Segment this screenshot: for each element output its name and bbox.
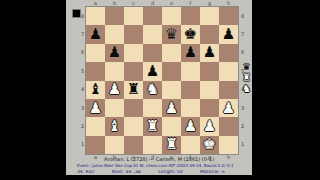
square-h5[interactable] [219,62,238,80]
square-g3[interactable] [200,99,219,117]
square-c5[interactable] [124,62,143,80]
square-b6[interactable]: ♟ [105,44,124,62]
letterbox-bottom [0,175,320,180]
square-e8[interactable] [162,7,181,25]
square-h8[interactable] [219,7,238,25]
last-move-text: 34. Rd2 [77,170,94,175]
square-c1[interactable] [124,136,143,154]
square-g6[interactable]: ♟ [200,44,219,62]
material-text: Material: = [200,170,225,175]
square-a1[interactable] [86,136,105,154]
coord-label: 4 [79,81,86,99]
black-king: ♚ [184,27,197,42]
square-b7[interactable] [105,25,124,43]
black-pawn: ♟ [146,64,159,79]
square-f2[interactable]: ♟ [181,117,200,135]
material-white-rook-icon: ♜ [242,72,251,83]
coord-label: 6 [79,44,86,62]
coord-label: 2 [79,117,86,135]
game-length-text: Length: 50 [158,170,182,175]
square-f8[interactable] [181,7,200,25]
square-c4[interactable]: ♜ [124,81,143,99]
square-c2[interactable] [124,117,143,135]
square-b1[interactable] [105,136,124,154]
square-d6[interactable] [143,44,162,62]
black-bishop: ♝ [89,82,102,97]
material-white-knight-icon: ♞ [242,83,251,94]
square-c7[interactable] [124,25,143,43]
square-d7[interactable] [143,25,162,43]
square-h7[interactable]: ♟ [219,25,238,43]
white-rook: ♜ [146,119,159,134]
square-a6[interactable] [86,44,105,62]
event-line: Event : Julius Baer Gen Cup 01 W, chess.… [77,164,249,168]
white-king: ♚ [203,137,216,152]
square-g7[interactable] [200,25,219,43]
black-pawn: ♟ [222,27,235,42]
white-pawn: ♟ [108,82,121,97]
square-d1[interactable] [143,136,162,154]
square-g5[interactable] [200,62,219,80]
players-line: Aronian, L (2728) — Carlsen, M (2861) (0… [66,157,252,162]
square-d4[interactable]: ♞ [143,81,162,99]
coord-label: 6 [239,44,246,62]
square-c3[interactable] [124,99,143,117]
square-a7[interactable]: ♟ [86,25,105,43]
square-g8[interactable] [200,7,219,25]
coord-label: 2 [239,117,246,135]
material-panel: ♛♜♞ [242,61,251,94]
coord-label: 3 [79,99,86,117]
black-pawn: ♟ [89,27,102,42]
square-a2[interactable] [86,117,105,135]
board: ♟♛♚♟♟♟♟♟♝♟♜♞♟♟♟♝♜♟♟♜♚ [86,7,238,154]
square-f3[interactable] [181,99,200,117]
square-c8[interactable] [124,7,143,25]
coord-label: 3 [239,99,246,117]
coord-label: 1 [79,136,86,154]
square-e1[interactable]: ♜ [162,136,181,154]
black-queen: ♛ [165,27,178,42]
next-move-text: Next: 34...a6 [112,170,141,175]
square-f5[interactable] [181,62,200,80]
square-c6[interactable] [124,44,143,62]
move-info-line: 34. Rd2 Next: 34...a6 Length: 50 Materia… [77,170,225,175]
square-h3[interactable]: ♟ [219,99,238,117]
square-f7[interactable]: ♚ [181,25,200,43]
black-pawn: ♟ [108,45,121,60]
square-g1[interactable]: ♚ [200,136,219,154]
square-e4[interactable] [162,81,181,99]
square-f6[interactable]: ♟ [181,44,200,62]
square-f4[interactable] [181,81,200,99]
black-to-move-indicator [72,9,81,18]
square-b4[interactable]: ♟ [105,81,124,99]
black-pawn: ♟ [184,45,197,60]
square-f1[interactable] [181,136,200,154]
material-black-queen-icon: ♛ [242,61,251,72]
white-pawn: ♟ [203,119,216,134]
square-e2[interactable] [162,117,181,135]
white-pawn: ♟ [184,119,197,134]
square-d8[interactable] [143,7,162,25]
white-bishop: ♝ [108,119,121,134]
square-a3[interactable]: ♟ [86,99,105,117]
coord-label: 1 [239,136,246,154]
white-knight: ♞ [146,82,159,97]
square-b5[interactable] [105,62,124,80]
square-h2[interactable] [219,117,238,135]
square-a4[interactable]: ♝ [86,81,105,99]
coord-label: 8 [239,7,246,25]
square-d3[interactable] [143,99,162,117]
square-h1[interactable] [219,136,238,154]
video-frame: abcdefgh abcdefgh 87654321 87654321 ♟♛♚♟… [0,0,320,180]
white-pawn: ♟ [89,101,102,116]
square-g4[interactable] [200,81,219,99]
coord-label: 5 [79,62,86,80]
square-a5[interactable] [86,62,105,80]
square-e6[interactable] [162,44,181,62]
square-a8[interactable] [86,7,105,25]
black-rook: ♜ [127,82,140,97]
square-e5[interactable] [162,62,181,80]
square-b8[interactable] [105,7,124,25]
square-e3[interactable]: ♟ [162,99,181,117]
white-rook: ♜ [165,137,178,152]
square-d5[interactable]: ♟ [143,62,162,80]
white-pawn: ♟ [165,101,178,116]
black-pawn: ♟ [203,45,216,60]
square-b2[interactable]: ♝ [105,117,124,135]
coord-label: 7 [79,25,86,43]
chess-gui-panel: abcdefgh abcdefgh 87654321 87654321 ♟♛♚♟… [66,0,252,175]
square-e7[interactable]: ♛ [162,25,181,43]
coord-label: 7 [239,25,246,43]
square-h6[interactable] [219,44,238,62]
square-h4[interactable] [219,81,238,99]
rank-labels-left: 87654321 [79,7,86,154]
square-g2[interactable]: ♟ [200,117,219,135]
white-pawn: ♟ [222,101,235,116]
square-b3[interactable] [105,99,124,117]
square-d2[interactable]: ♜ [143,117,162,135]
